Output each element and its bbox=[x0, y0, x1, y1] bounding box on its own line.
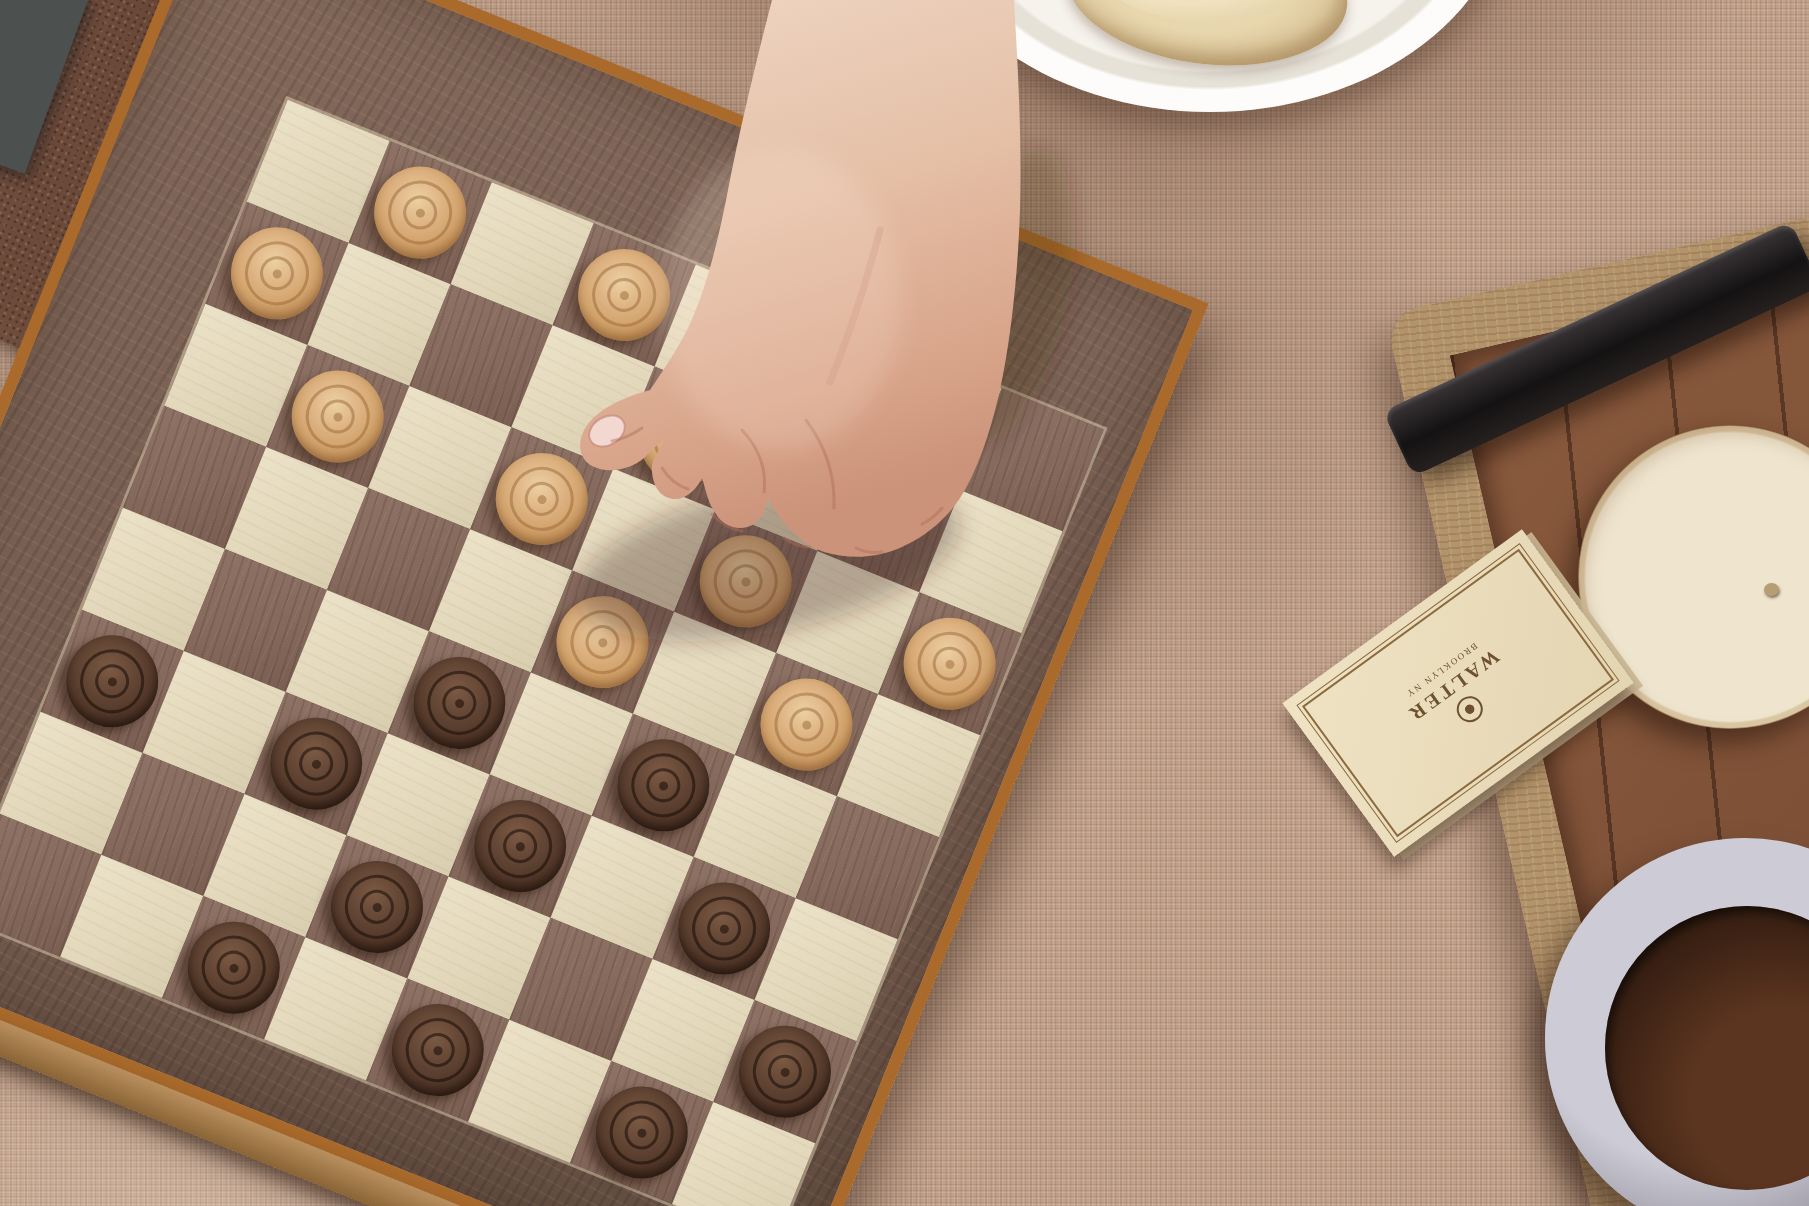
candle-wick bbox=[1764, 583, 1779, 596]
scene: WALTER BROOKLYN NY bbox=[0, 0, 1809, 1206]
coffee-surface bbox=[1605, 906, 1809, 1190]
